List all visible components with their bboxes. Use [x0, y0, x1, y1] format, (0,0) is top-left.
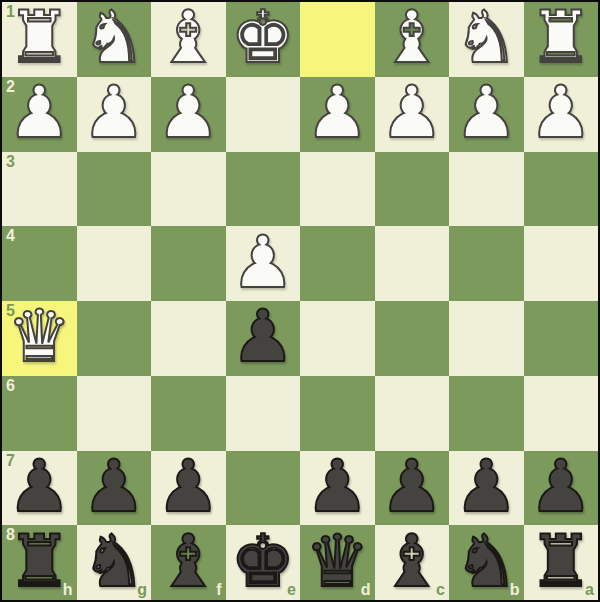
- piece-white-pawn-b2[interactable]: ♟: [454, 76, 519, 148]
- square-b5[interactable]: [449, 301, 524, 376]
- piece-black-pawn-b7[interactable]: ♟: [454, 450, 519, 522]
- piece-white-king-e1[interactable]: ♚: [230, 1, 295, 73]
- rank-label-3: 3: [6, 154, 15, 170]
- square-e7[interactable]: [226, 451, 301, 526]
- square-d5[interactable]: [300, 301, 375, 376]
- piece-white-bishop-f1[interactable]: ♝: [156, 1, 221, 73]
- piece-black-rook-a8[interactable]: ♜: [528, 525, 593, 597]
- square-f5[interactable]: [151, 301, 226, 376]
- square-a1[interactable]: ♜: [524, 2, 599, 77]
- chess-board-frame: 1♜♞♝♚♝♞♜2♟♟♟♟♟♟♟34♟5♛♟67♟♟♟♟♟♟♟8h♜g♞f♝e♚…: [0, 0, 600, 602]
- square-g8[interactable]: g♞: [77, 525, 152, 600]
- piece-white-rook-a1[interactable]: ♜: [528, 1, 593, 73]
- piece-black-queen-d8[interactable]: ♛: [305, 525, 370, 597]
- square-c6[interactable]: [375, 376, 450, 451]
- square-e8[interactable]: e♚: [226, 525, 301, 600]
- square-h8[interactable]: 8h♜: [2, 525, 77, 600]
- chess-board: 1♜♞♝♚♝♞♜2♟♟♟♟♟♟♟34♟5♛♟67♟♟♟♟♟♟♟8h♜g♞f♝e♚…: [2, 2, 598, 600]
- piece-black-knight-g8[interactable]: ♞: [81, 525, 146, 597]
- piece-black-pawn-c7[interactable]: ♟: [379, 450, 444, 522]
- piece-white-bishop-c1[interactable]: ♝: [379, 1, 444, 73]
- square-g3[interactable]: [77, 152, 152, 227]
- square-f8[interactable]: f♝: [151, 525, 226, 600]
- piece-black-pawn-e5[interactable]: ♟: [230, 300, 295, 372]
- square-d2[interactable]: ♟: [300, 77, 375, 152]
- square-d3[interactable]: [300, 152, 375, 227]
- square-c1[interactable]: ♝: [375, 2, 450, 77]
- square-a8[interactable]: a♜: [524, 525, 599, 600]
- piece-black-rook-h8[interactable]: ♜: [7, 525, 72, 597]
- square-a5[interactable]: [524, 301, 599, 376]
- piece-white-pawn-d2[interactable]: ♟: [305, 76, 370, 148]
- square-g5[interactable]: [77, 301, 152, 376]
- piece-white-rook-h1[interactable]: ♜: [7, 1, 72, 73]
- square-h2[interactable]: 2♟: [2, 77, 77, 152]
- square-a6[interactable]: [524, 376, 599, 451]
- piece-white-pawn-f2[interactable]: ♟: [156, 76, 221, 148]
- square-f3[interactable]: [151, 152, 226, 227]
- square-g4[interactable]: [77, 226, 152, 301]
- square-b7[interactable]: ♟: [449, 451, 524, 526]
- square-d1[interactable]: [300, 2, 375, 77]
- square-e5[interactable]: ♟: [226, 301, 301, 376]
- square-e1[interactable]: ♚: [226, 2, 301, 77]
- square-h1[interactable]: 1♜: [2, 2, 77, 77]
- square-f4[interactable]: [151, 226, 226, 301]
- square-g1[interactable]: ♞: [77, 2, 152, 77]
- square-f6[interactable]: [151, 376, 226, 451]
- piece-black-bishop-f8[interactable]: ♝: [156, 525, 221, 597]
- square-c3[interactable]: [375, 152, 450, 227]
- square-h3[interactable]: 3: [2, 152, 77, 227]
- piece-black-pawn-h7[interactable]: ♟: [7, 450, 72, 522]
- square-h6[interactable]: 6: [2, 376, 77, 451]
- piece-white-queen-h5[interactable]: ♛: [7, 300, 72, 372]
- square-g2[interactable]: ♟: [77, 77, 152, 152]
- square-b3[interactable]: [449, 152, 524, 227]
- piece-white-pawn-c2[interactable]: ♟: [379, 76, 444, 148]
- square-a7[interactable]: ♟: [524, 451, 599, 526]
- rank-label-6: 6: [6, 378, 15, 394]
- square-c2[interactable]: ♟: [375, 77, 450, 152]
- piece-white-pawn-g2[interactable]: ♟: [81, 76, 146, 148]
- square-b6[interactable]: [449, 376, 524, 451]
- square-g6[interactable]: [77, 376, 152, 451]
- piece-white-knight-b1[interactable]: ♞: [454, 1, 519, 73]
- square-c7[interactable]: ♟: [375, 451, 450, 526]
- piece-black-pawn-a7[interactable]: ♟: [528, 450, 593, 522]
- piece-white-pawn-e4[interactable]: ♟: [230, 226, 295, 298]
- square-c5[interactable]: [375, 301, 450, 376]
- square-f7[interactable]: ♟: [151, 451, 226, 526]
- piece-black-pawn-f7[interactable]: ♟: [156, 450, 221, 522]
- piece-black-king-e8[interactable]: ♚: [230, 525, 295, 597]
- square-d6[interactable]: [300, 376, 375, 451]
- square-e6[interactable]: [226, 376, 301, 451]
- piece-black-pawn-d7[interactable]: ♟: [305, 450, 370, 522]
- square-e4[interactable]: ♟: [226, 226, 301, 301]
- piece-black-bishop-c8[interactable]: ♝: [379, 525, 444, 597]
- square-d4[interactable]: [300, 226, 375, 301]
- square-a3[interactable]: [524, 152, 599, 227]
- square-a2[interactable]: ♟: [524, 77, 599, 152]
- square-d7[interactable]: ♟: [300, 451, 375, 526]
- square-h7[interactable]: 7♟: [2, 451, 77, 526]
- square-b8[interactable]: b♞: [449, 525, 524, 600]
- square-b2[interactable]: ♟: [449, 77, 524, 152]
- square-d8[interactable]: d♛: [300, 525, 375, 600]
- square-h4[interactable]: 4: [2, 226, 77, 301]
- piece-white-knight-g1[interactable]: ♞: [81, 1, 146, 73]
- square-e3[interactable]: [226, 152, 301, 227]
- square-b4[interactable]: [449, 226, 524, 301]
- piece-black-pawn-g7[interactable]: ♟: [81, 450, 146, 522]
- square-a4[interactable]: [524, 226, 599, 301]
- square-f1[interactable]: ♝: [151, 2, 226, 77]
- square-c4[interactable]: [375, 226, 450, 301]
- piece-white-pawn-a2[interactable]: ♟: [528, 76, 593, 148]
- rank-label-4: 4: [6, 228, 15, 244]
- square-c8[interactable]: c♝: [375, 525, 450, 600]
- piece-white-pawn-h2[interactable]: ♟: [7, 76, 72, 148]
- piece-black-knight-b8[interactable]: ♞: [454, 525, 519, 597]
- square-e2[interactable]: [226, 77, 301, 152]
- square-h5[interactable]: 5♛: [2, 301, 77, 376]
- square-g7[interactable]: ♟: [77, 451, 152, 526]
- square-f2[interactable]: ♟: [151, 77, 226, 152]
- square-b1[interactable]: ♞: [449, 2, 524, 77]
